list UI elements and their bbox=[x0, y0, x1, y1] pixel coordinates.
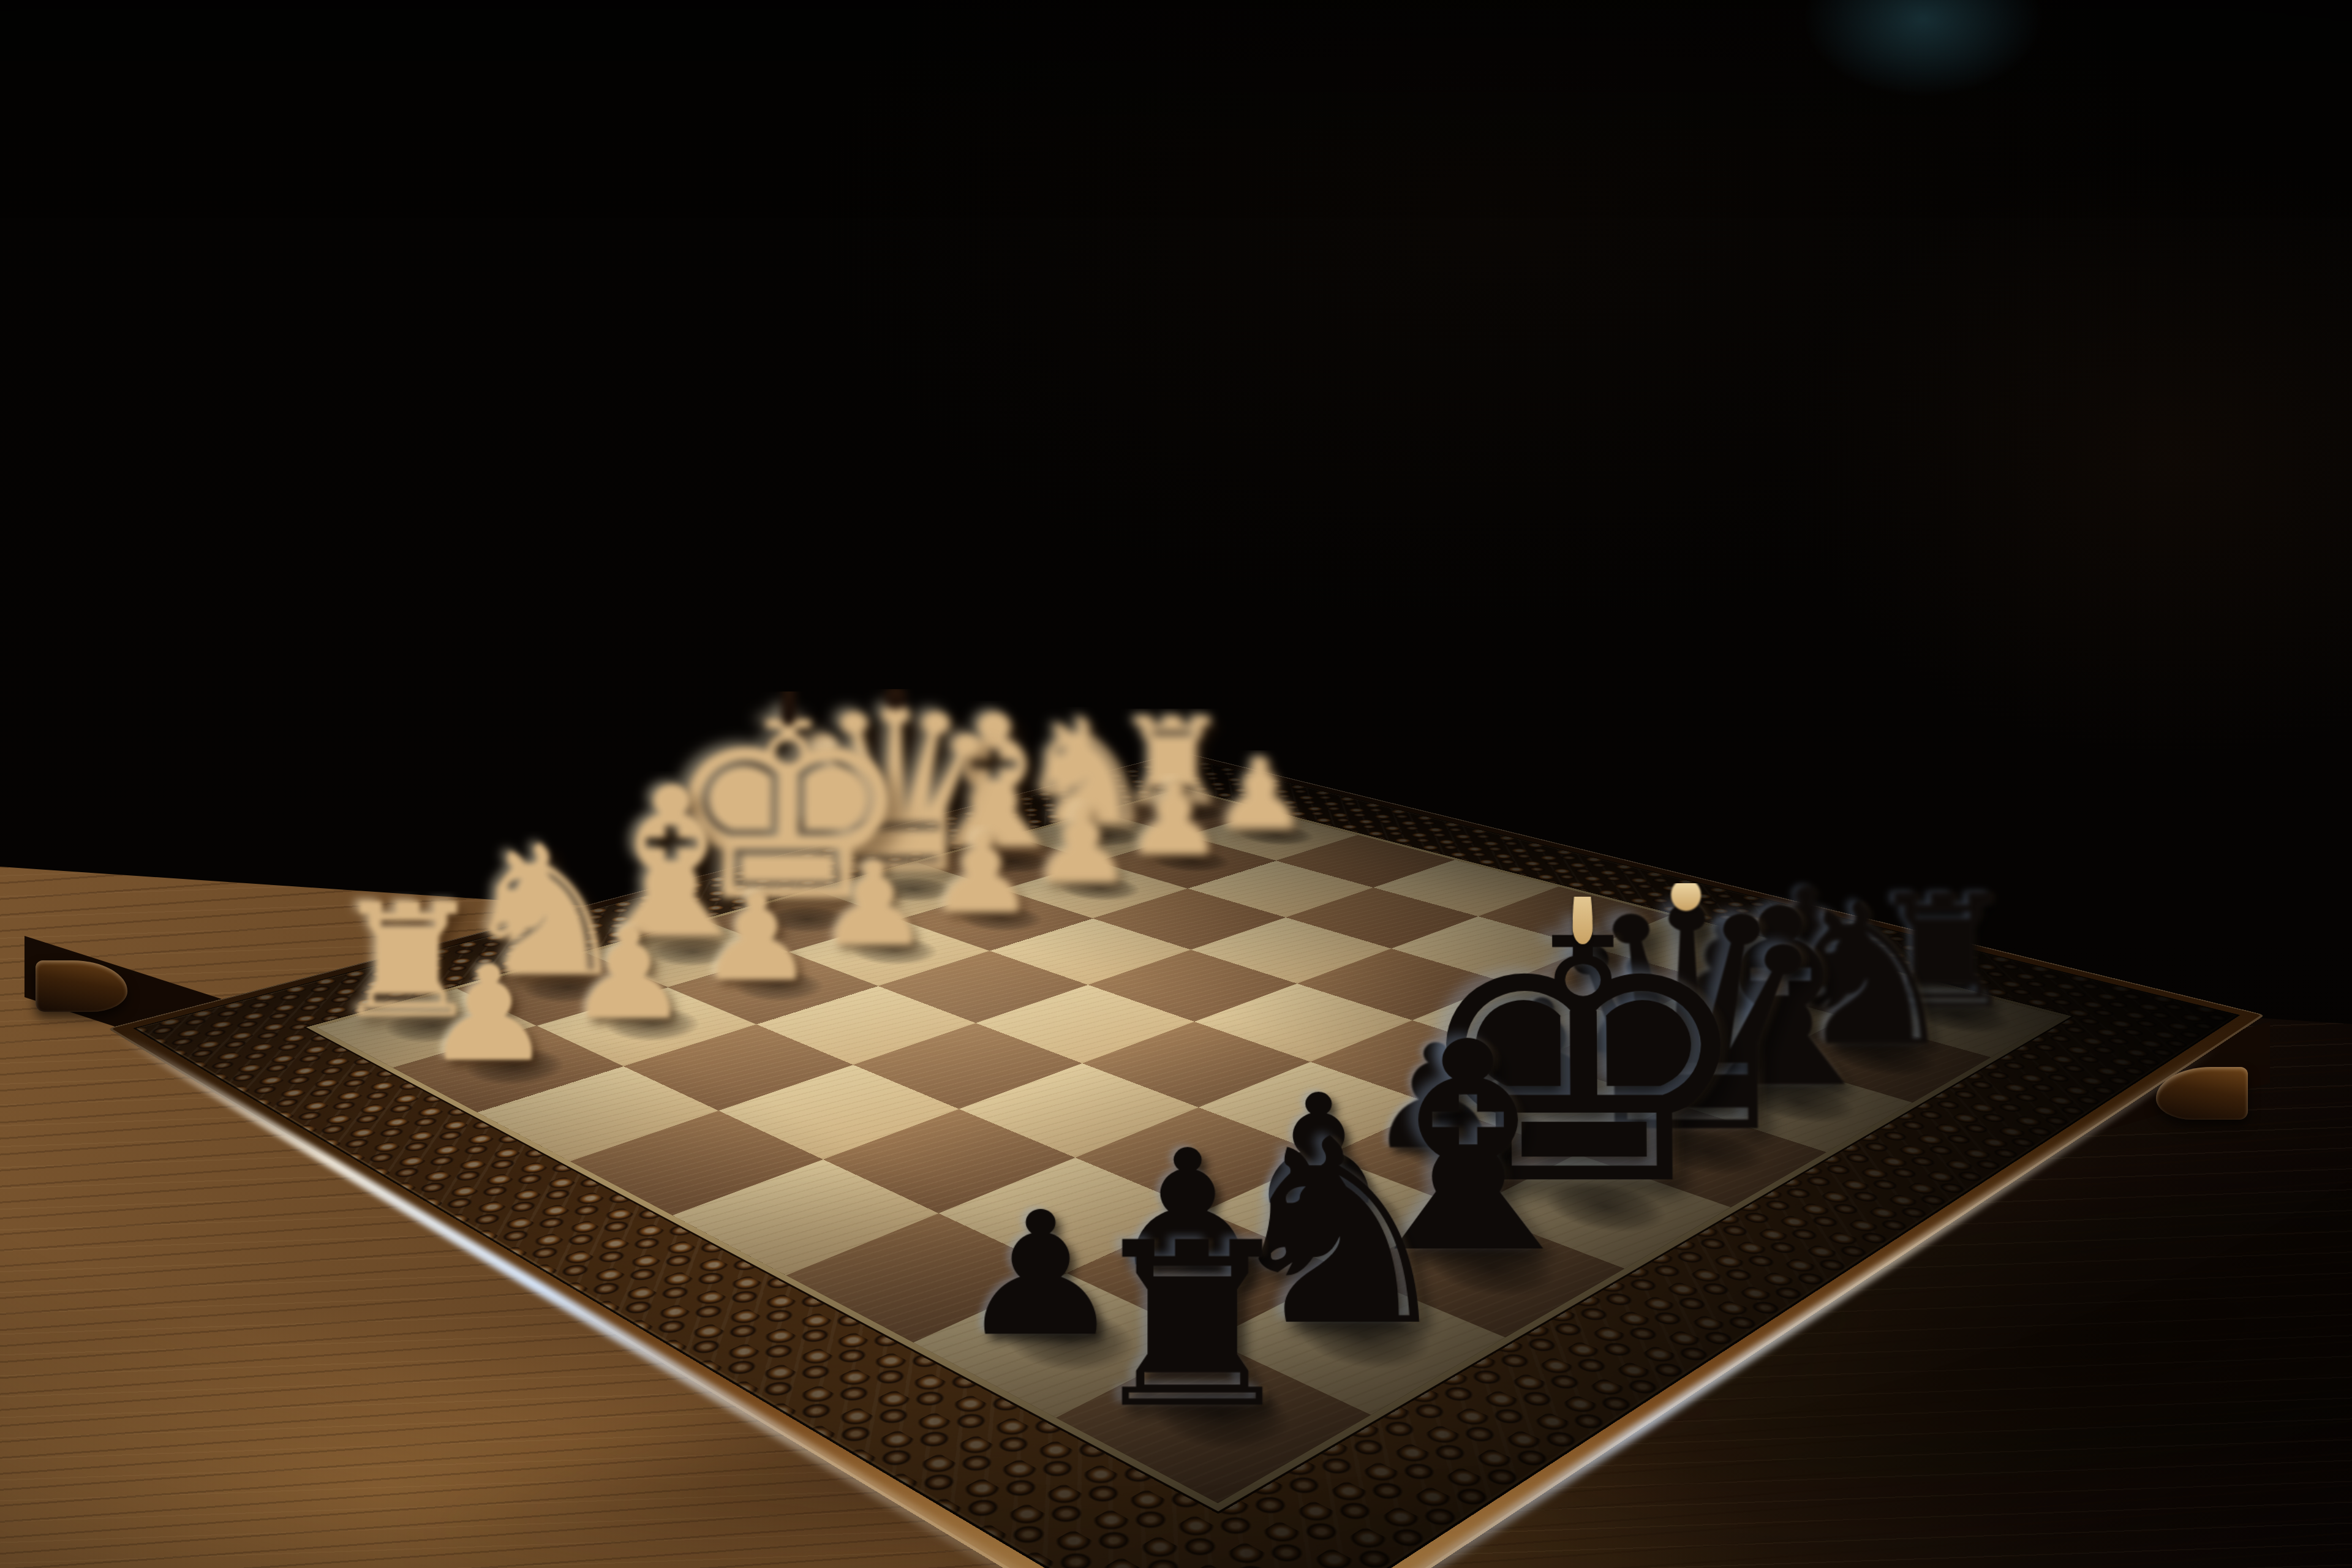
photo-canvas: { "game": "chess", "position": { "fen": … bbox=[0, 0, 2352, 1568]
white-pawn[interactable]: ♟ bbox=[816, 853, 931, 956]
white-pawn[interactable]: ♟ bbox=[696, 884, 816, 992]
white-pawn[interactable]: ♟ bbox=[1211, 750, 1309, 839]
white-pawn[interactable]: ♟ bbox=[1029, 797, 1134, 893]
king-spike-finial bbox=[1572, 870, 1593, 944]
white-pawn[interactable]: ♟ bbox=[423, 955, 554, 1073]
white-pawn[interactable]: ♟ bbox=[927, 824, 1036, 923]
white-pawn[interactable]: ♟ bbox=[566, 918, 691, 1031]
king-spike-finial bbox=[781, 672, 796, 726]
black-rook[interactable]: ♜ bbox=[1080, 1224, 1303, 1428]
white-pawn[interactable]: ♟ bbox=[1123, 773, 1225, 865]
